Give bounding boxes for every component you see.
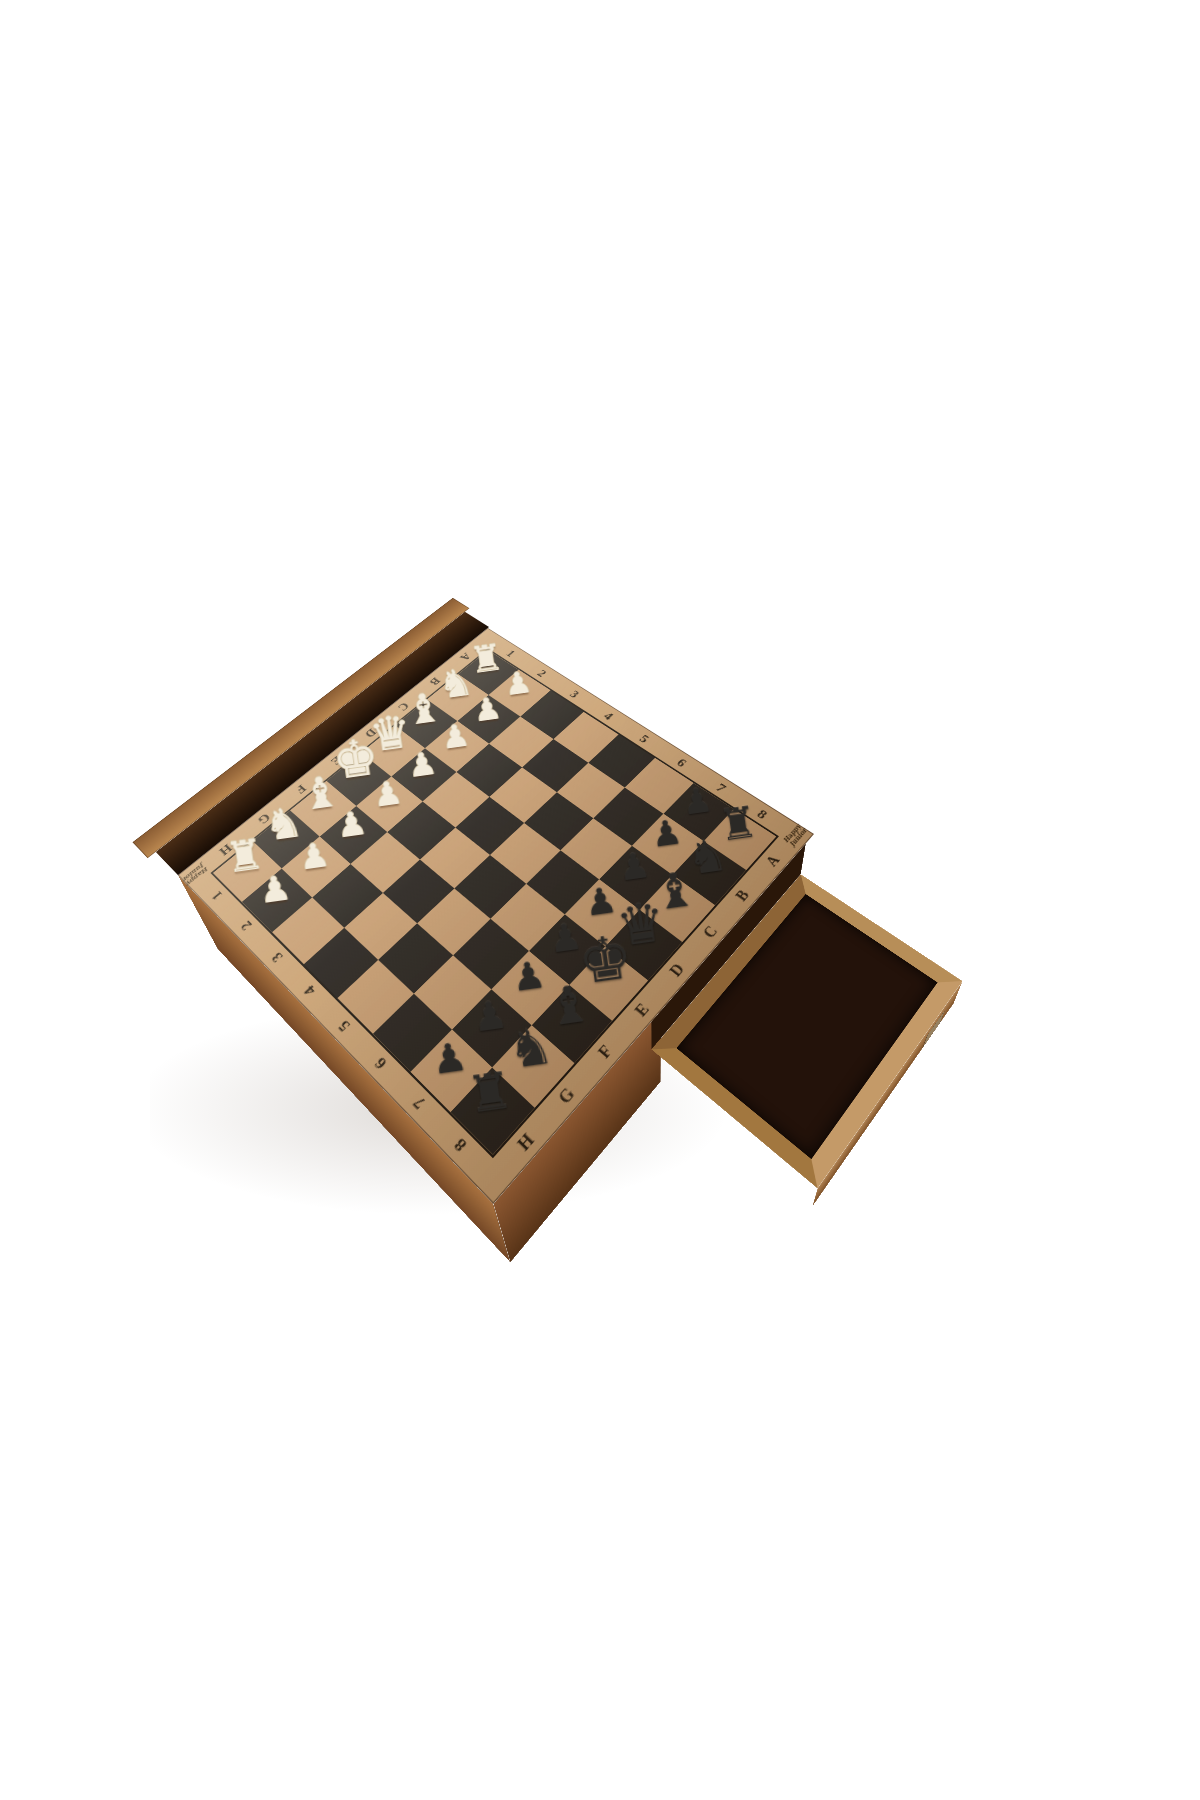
square-c4[interactable]: [489, 767, 556, 823]
square-b4[interactable]: [522, 739, 588, 792]
square-d3[interactable]: [423, 772, 490, 828]
piece-white-pawn[interactable]: ♟: [472, 692, 503, 726]
square-a3[interactable]: [520, 690, 583, 739]
piece-black-pawn[interactable]: ♟: [509, 955, 548, 997]
square-b1[interactable]: ♞: [427, 674, 488, 721]
piece-black-pawn[interactable]: ♟: [470, 994, 510, 1037]
piece-black-bishop[interactable]: ♝: [543, 977, 596, 1034]
chess-box: ♜♞♝♛♚♝♞♜♟♟♟♟♟♟♟♟♟♟♟♟♟♟♟♟♜♞♝♛♚♝♞♜ ABCDEFG…: [178, 628, 814, 1204]
square-f2[interactable]: ♟: [320, 806, 388, 864]
piece-white-pawn[interactable]: ♟: [503, 667, 534, 700]
square-b2[interactable]: ♟: [457, 695, 520, 744]
square-d2[interactable]: ♟: [391, 748, 456, 801]
coord-label-F: F: [275, 769, 326, 811]
chess-set-scene: ♜♞♝♛♚♝♞♜♟♟♟♟♟♟♟♟♟♟♟♟♟♟♟♟♜♞♝♛♚♝♞♜ ABCDEFG…: [40, 440, 940, 1270]
square-b5[interactable]: [557, 763, 625, 819]
piece-white-knight[interactable]: ♞: [436, 663, 475, 705]
square-f1[interactable]: ♝: [290, 781, 356, 837]
coord-label-2: 2: [519, 656, 565, 692]
square-b3[interactable]: [489, 716, 554, 767]
brand-line1: Happy: [781, 823, 802, 844]
board-rotation-wrapper: ♜♞♝♛♚♝♞♜♟♟♟♟♟♟♟♟♟♟♟♟♟♟♟♟♜♞♝♛♚♝♞♜ ABCDEFG…: [235, 600, 746, 1111]
coord-label-1: 1: [488, 637, 533, 671]
square-d1[interactable]: ♛: [361, 726, 425, 777]
piece-white-knight[interactable]: ♞: [262, 801, 305, 847]
piece-white-pawn[interactable]: ♟: [257, 870, 292, 908]
piece-white-queen[interactable]: ♛: [367, 708, 414, 759]
square-a6[interactable]: [625, 758, 694, 814]
brand-logo-a8-corner: Happy Junior: [775, 818, 815, 852]
square-e3[interactable]: [387, 801, 455, 859]
coord-label-A: A: [443, 640, 488, 674]
storage-tray-interior: [156, 612, 489, 875]
piece-white-pawn[interactable]: ♟: [406, 747, 439, 782]
square-e2[interactable]: ♟: [356, 777, 422, 833]
piece-white-pawn[interactable]: ♟: [439, 719, 471, 754]
piece-white-king[interactable]: ♚: [330, 732, 382, 788]
square-a1[interactable]: ♜: [458, 650, 518, 695]
piece-black-pawn[interactable]: ♟: [649, 814, 684, 852]
coord-label-6: 6: [657, 742, 706, 784]
square-e1[interactable]: ♚: [326, 753, 391, 806]
piece-black-pawn[interactable]: ♟: [680, 782, 715, 820]
square-c3[interactable]: [456, 744, 522, 797]
piece-white-rook[interactable]: ♜: [468, 639, 505, 679]
square-a4[interactable]: [553, 712, 618, 763]
square-a2[interactable]: ♟: [488, 670, 550, 717]
piece-black-rook[interactable]: ♜: [464, 1065, 516, 1121]
coord-label-D: D: [346, 714, 395, 753]
coord-label-5: 5: [620, 719, 668, 759]
square-c2[interactable]: ♟: [425, 721, 489, 772]
storage-tray-open: [131, 597, 493, 882]
square-d4[interactable]: [455, 797, 524, 855]
square-g1[interactable]: ♞: [252, 810, 319, 868]
drawer-front-panel: [812, 981, 962, 1207]
piece-black-pawn[interactable]: ♟: [616, 847, 652, 886]
square-c1[interactable]: ♝: [395, 699, 458, 748]
piece-white-pawn[interactable]: ♟: [297, 837, 332, 875]
piece-white-bishop[interactable]: ♝: [299, 769, 343, 817]
coord-label-3: 3: [551, 676, 598, 713]
piece-white-bishop[interactable]: ♝: [403, 687, 444, 732]
coord-label-C: C: [380, 689, 427, 726]
drawer-knob[interactable]: [923, 1009, 946, 1047]
storage-tray-rim: [132, 598, 469, 859]
coord-label-B: B: [412, 664, 458, 700]
brand-line1: Happy: [185, 866, 209, 886]
square-h2[interactable]: ♟: [242, 868, 312, 932]
piece-black-knight[interactable]: ♞: [505, 1020, 557, 1076]
square-a5[interactable]: [588, 734, 655, 787]
coord-label-4: 4: [585, 697, 632, 736]
piece-white-pawn[interactable]: ♟: [335, 806, 369, 843]
board-face: ♜♞♝♛♚♝♞♜♟♟♟♟♟♟♟♟♟♟♟♟♟♟♟♟♜♞♝♛♚♝♞♜ ABCDEFG…: [178, 628, 814, 1204]
coord-label-E: E: [312, 741, 362, 781]
piece-white-pawn[interactable]: ♟: [371, 776, 404, 812]
square-c5[interactable]: [524, 792, 593, 850]
